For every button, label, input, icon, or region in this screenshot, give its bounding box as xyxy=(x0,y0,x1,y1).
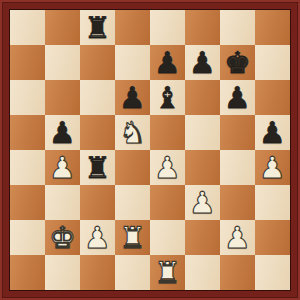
square-a3[interactable] xyxy=(10,185,45,220)
square-e1[interactable]: ♜ xyxy=(150,255,185,290)
square-g1[interactable] xyxy=(220,255,255,290)
square-h5[interactable]: ♟ xyxy=(255,115,290,150)
square-d5[interactable]: ♞ xyxy=(115,115,150,150)
square-f4[interactable] xyxy=(185,150,220,185)
black-pawn-piece[interactable]: ♟ xyxy=(154,45,181,80)
square-h7[interactable] xyxy=(255,45,290,80)
square-d7[interactable] xyxy=(115,45,150,80)
square-g7[interactable]: ♚ xyxy=(220,45,255,80)
chess-board: ♜♟♟♚♟♝♟♟♞♟♟♜♟♟♟♚♟♜♟♜ xyxy=(10,10,290,290)
white-pawn-piece[interactable]: ♟ xyxy=(189,185,216,220)
square-c8[interactable]: ♜ xyxy=(80,10,115,45)
square-g8[interactable] xyxy=(220,10,255,45)
black-pawn-piece[interactable]: ♟ xyxy=(259,115,286,150)
black-pawn-piece[interactable]: ♟ xyxy=(189,45,216,80)
square-e8[interactable] xyxy=(150,10,185,45)
square-a1[interactable] xyxy=(10,255,45,290)
black-pawn-piece[interactable]: ♟ xyxy=(119,80,146,115)
square-f3[interactable]: ♟ xyxy=(185,185,220,220)
white-pawn-piece[interactable]: ♟ xyxy=(154,150,181,185)
square-c1[interactable] xyxy=(80,255,115,290)
square-f7[interactable]: ♟ xyxy=(185,45,220,80)
square-d2[interactable]: ♜ xyxy=(115,220,150,255)
square-g6[interactable]: ♟ xyxy=(220,80,255,115)
square-d1[interactable] xyxy=(115,255,150,290)
white-pawn-piece[interactable]: ♟ xyxy=(224,220,251,255)
square-a4[interactable] xyxy=(10,150,45,185)
square-c6[interactable] xyxy=(80,80,115,115)
square-b8[interactable] xyxy=(45,10,80,45)
square-c7[interactable] xyxy=(80,45,115,80)
square-a6[interactable] xyxy=(10,80,45,115)
square-a5[interactable] xyxy=(10,115,45,150)
square-h1[interactable] xyxy=(255,255,290,290)
square-f8[interactable] xyxy=(185,10,220,45)
square-f6[interactable] xyxy=(185,80,220,115)
square-b7[interactable] xyxy=(45,45,80,80)
square-d4[interactable] xyxy=(115,150,150,185)
white-knight-piece[interactable]: ♞ xyxy=(119,115,146,150)
square-c5[interactable] xyxy=(80,115,115,150)
square-f1[interactable] xyxy=(185,255,220,290)
square-f5[interactable] xyxy=(185,115,220,150)
square-b4[interactable]: ♟ xyxy=(45,150,80,185)
white-rook-piece[interactable]: ♜ xyxy=(154,255,181,290)
square-g3[interactable] xyxy=(220,185,255,220)
black-pawn-piece[interactable]: ♟ xyxy=(49,115,76,150)
square-g2[interactable]: ♟ xyxy=(220,220,255,255)
black-rook-piece[interactable]: ♜ xyxy=(84,10,111,45)
square-a7[interactable] xyxy=(10,45,45,80)
square-e3[interactable] xyxy=(150,185,185,220)
square-d8[interactable] xyxy=(115,10,150,45)
square-d3[interactable] xyxy=(115,185,150,220)
white-king-piece[interactable]: ♚ xyxy=(49,220,76,255)
white-pawn-piece[interactable]: ♟ xyxy=(49,150,76,185)
square-g5[interactable] xyxy=(220,115,255,150)
square-a8[interactable] xyxy=(10,10,45,45)
square-h3[interactable] xyxy=(255,185,290,220)
square-e6[interactable]: ♝ xyxy=(150,80,185,115)
black-pawn-piece[interactable]: ♟ xyxy=(224,80,251,115)
square-b1[interactable] xyxy=(45,255,80,290)
black-rook-piece[interactable]: ♜ xyxy=(84,150,111,185)
square-c2[interactable]: ♟ xyxy=(80,220,115,255)
square-b2[interactable]: ♚ xyxy=(45,220,80,255)
square-a2[interactable] xyxy=(10,220,45,255)
square-b6[interactable] xyxy=(45,80,80,115)
black-king-piece[interactable]: ♚ xyxy=(224,45,251,80)
square-h2[interactable] xyxy=(255,220,290,255)
square-b5[interactable]: ♟ xyxy=(45,115,80,150)
square-e2[interactable] xyxy=(150,220,185,255)
white-pawn-piece[interactable]: ♟ xyxy=(259,150,286,185)
square-h8[interactable] xyxy=(255,10,290,45)
square-e7[interactable]: ♟ xyxy=(150,45,185,80)
board-frame: ♜♟♟♚♟♝♟♟♞♟♟♜♟♟♟♚♟♜♟♜ xyxy=(0,0,300,300)
black-bishop-piece[interactable]: ♝ xyxy=(154,80,181,115)
white-rook-piece[interactable]: ♜ xyxy=(119,220,146,255)
square-f2[interactable] xyxy=(185,220,220,255)
square-d6[interactable]: ♟ xyxy=(115,80,150,115)
square-h4[interactable]: ♟ xyxy=(255,150,290,185)
square-b3[interactable] xyxy=(45,185,80,220)
square-g4[interactable] xyxy=(220,150,255,185)
square-e5[interactable] xyxy=(150,115,185,150)
white-pawn-piece[interactable]: ♟ xyxy=(84,220,111,255)
square-c4[interactable]: ♜ xyxy=(80,150,115,185)
square-c3[interactable] xyxy=(80,185,115,220)
square-h6[interactable] xyxy=(255,80,290,115)
square-e4[interactable]: ♟ xyxy=(150,150,185,185)
